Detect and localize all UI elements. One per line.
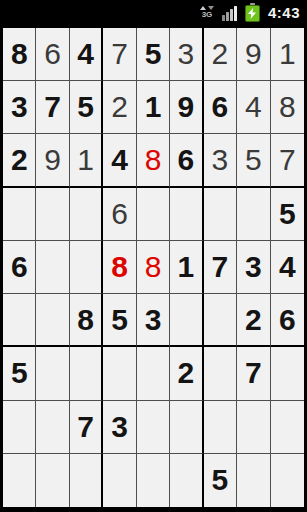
- phone-screen: 3G 4:43 86475329137521964829148635765688…: [0, 0, 307, 512]
- battery-body: [245, 5, 260, 22]
- cell-r2c8[interactable]: 4: [237, 81, 270, 134]
- signal-strength-icon: [222, 5, 237, 21]
- cell-r9c6[interactable]: [170, 454, 203, 507]
- cell-r8c4[interactable]: 3: [103, 401, 136, 454]
- cell-r4c8[interactable]: [237, 188, 270, 241]
- cell-r6c4[interactable]: 5: [103, 294, 136, 347]
- cell-r3c2[interactable]: 9: [36, 134, 69, 187]
- cell-r1c9[interactable]: 1: [271, 28, 304, 81]
- cell-r6c6[interactable]: [170, 294, 203, 347]
- cell-r3c3[interactable]: 1: [70, 134, 103, 187]
- cell-r5c7[interactable]: 7: [204, 241, 237, 294]
- cell-r7c2[interactable]: [36, 347, 69, 400]
- battery-charging-icon: [245, 3, 260, 22]
- cell-r3c7[interactable]: 3: [204, 134, 237, 187]
- cell-r2c2[interactable]: 7: [36, 81, 69, 134]
- cell-r1c4[interactable]: 7: [103, 28, 136, 81]
- cell-r7c7[interactable]: [204, 347, 237, 400]
- cell-r7c8[interactable]: 7: [237, 347, 270, 400]
- cell-r8c2[interactable]: [36, 401, 69, 454]
- cell-r9c3[interactable]: [70, 454, 103, 507]
- cell-r1c1[interactable]: 8: [3, 28, 36, 81]
- cell-r3c4[interactable]: 4: [103, 134, 136, 187]
- cell-r3c8[interactable]: 5: [237, 134, 270, 187]
- cell-r7c3[interactable]: [70, 347, 103, 400]
- cell-r8c3[interactable]: 7: [70, 401, 103, 454]
- cell-r5c8[interactable]: 3: [237, 241, 270, 294]
- cell-r6c8[interactable]: 2: [237, 294, 270, 347]
- cell-r9c8[interactable]: [237, 454, 270, 507]
- cell-r5c2[interactable]: [36, 241, 69, 294]
- cell-r2c3[interactable]: 5: [70, 81, 103, 134]
- cell-r5c3[interactable]: [70, 241, 103, 294]
- cell-r9c4[interactable]: [103, 454, 136, 507]
- cell-r4c1[interactable]: [3, 188, 36, 241]
- cell-r3c1[interactable]: 2: [3, 134, 36, 187]
- cell-r8c5[interactable]: [137, 401, 170, 454]
- status-bar-icons: 3G 4:43: [200, 3, 307, 22]
- cell-r9c2[interactable]: [36, 454, 69, 507]
- cell-r1c6[interactable]: 3: [170, 28, 203, 81]
- cell-r5c4[interactable]: 8: [103, 241, 136, 294]
- cell-r2c7[interactable]: 6: [204, 81, 237, 134]
- cell-r6c3[interactable]: 8: [70, 294, 103, 347]
- cell-r2c9[interactable]: 8: [271, 81, 304, 134]
- cell-r4c4[interactable]: 6: [103, 188, 136, 241]
- cell-r1c2[interactable]: 6: [36, 28, 69, 81]
- cell-r7c6[interactable]: 2: [170, 347, 203, 400]
- cell-r1c5[interactable]: 5: [137, 28, 170, 81]
- cell-r4c7[interactable]: [204, 188, 237, 241]
- cell-r3c6[interactable]: 6: [170, 134, 203, 187]
- cell-r1c7[interactable]: 2: [204, 28, 237, 81]
- cell-r8c9[interactable]: [271, 401, 304, 454]
- cell-r6c7[interactable]: [204, 294, 237, 347]
- cell-r4c9[interactable]: 5: [271, 188, 304, 241]
- clock-time: 4:43: [268, 4, 300, 21]
- cell-r1c8[interactable]: 9: [237, 28, 270, 81]
- cell-r2c5[interactable]: 1: [137, 81, 170, 134]
- cell-r3c9[interactable]: 7: [271, 134, 304, 187]
- cell-r7c1[interactable]: 5: [3, 347, 36, 400]
- cell-r8c7[interactable]: [204, 401, 237, 454]
- cell-r6c9[interactable]: 6: [271, 294, 304, 347]
- cell-r6c5[interactable]: 3: [137, 294, 170, 347]
- lightning-bolt-icon: [248, 8, 256, 19]
- cell-r5c1[interactable]: 6: [3, 241, 36, 294]
- cell-r7c4[interactable]: [103, 347, 136, 400]
- cell-r6c2[interactable]: [36, 294, 69, 347]
- cell-r9c5[interactable]: [137, 454, 170, 507]
- cell-r8c6[interactable]: [170, 401, 203, 454]
- cell-r4c5[interactable]: [137, 188, 170, 241]
- cell-r6c1[interactable]: [3, 294, 36, 347]
- cell-r8c8[interactable]: [237, 401, 270, 454]
- status-bar: 3G 4:43: [0, 0, 307, 25]
- cell-r2c4[interactable]: 2: [103, 81, 136, 134]
- cell-r8c1[interactable]: [3, 401, 36, 454]
- cell-r5c6[interactable]: 1: [170, 241, 203, 294]
- cell-r2c6[interactable]: 9: [170, 81, 203, 134]
- cell-r7c9[interactable]: [271, 347, 304, 400]
- network-type-label: 3G: [202, 11, 213, 19]
- cell-r2c1[interactable]: 3: [3, 81, 36, 134]
- cell-r4c3[interactable]: [70, 188, 103, 241]
- cell-r4c6[interactable]: [170, 188, 203, 241]
- cell-r5c9[interactable]: 4: [271, 241, 304, 294]
- cell-r9c1[interactable]: [3, 454, 36, 507]
- network-3g-icon: 3G: [200, 6, 214, 19]
- cell-r1c3[interactable]: 4: [70, 28, 103, 81]
- cell-r9c7[interactable]: 5: [204, 454, 237, 507]
- cell-r3c5[interactable]: 8: [137, 134, 170, 187]
- cell-r7c5[interactable]: [137, 347, 170, 400]
- cell-r5c5[interactable]: 8: [137, 241, 170, 294]
- cell-r9c9[interactable]: [271, 454, 304, 507]
- cell-r4c2[interactable]: [36, 188, 69, 241]
- sudoku-board: 8647532913752196482914863576568817348532…: [0, 25, 307, 512]
